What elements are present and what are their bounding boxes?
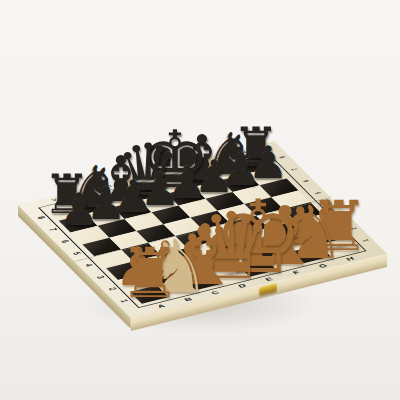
pawn-glyph: ♟ (58, 187, 98, 232)
rook-glyph: ♜ (118, 239, 180, 308)
pieces-layer: ♜♞♝♛♚♝♞♜♟♟♟♟♟♟♟♟♟♟♟♟♟♟♟♟♜♞♝♛♚♝♞♜ (18, 141, 274, 205)
scene: ♜♞♝♛♚♝♞♜♟♟♟♟♟♟♟♟♟♟♟♟♟♟♟♟♜♞♝♛♚♝♞♜ AA11BB2… (0, 0, 400, 400)
